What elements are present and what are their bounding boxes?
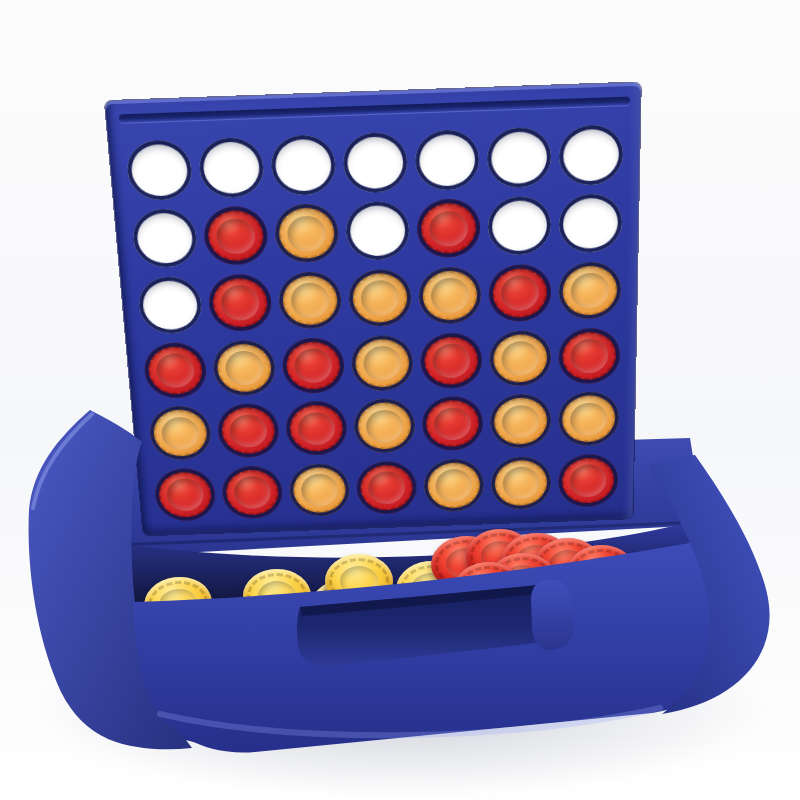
- connect-four-scene: [0, 0, 800, 800]
- handle-step: [531, 580, 574, 650]
- base-tray-front: [0, 0, 800, 800]
